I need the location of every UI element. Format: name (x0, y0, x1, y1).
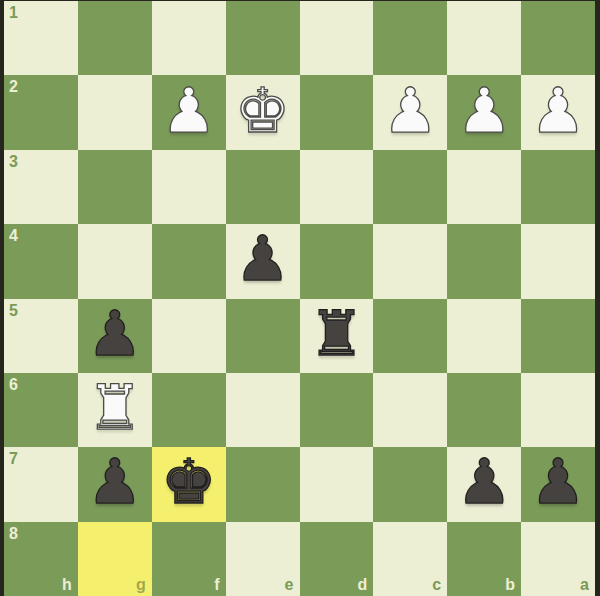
square-d6[interactable] (300, 373, 374, 447)
rank-label: 1 (9, 5, 18, 21)
square-f1[interactable] (152, 1, 226, 75)
square-c5[interactable] (373, 299, 447, 373)
square-a2[interactable]: ♟ (521, 75, 595, 149)
square-h6[interactable]: 6 (4, 373, 78, 447)
rank-label: 3 (9, 154, 18, 170)
file-label: e (285, 577, 294, 593)
file-label: b (505, 577, 515, 593)
square-c3[interactable] (373, 150, 447, 224)
square-a1[interactable] (521, 1, 595, 75)
square-h4[interactable]: 4 (4, 224, 78, 298)
white-pawn[interactable]: ♟ (383, 80, 439, 142)
white-rook[interactable]: ♜ (87, 377, 143, 439)
square-h5[interactable]: 5 (4, 299, 78, 373)
square-f4[interactable] (152, 224, 226, 298)
square-c7[interactable] (373, 447, 447, 521)
square-d2[interactable] (300, 75, 374, 149)
square-b8[interactable]: b (447, 522, 521, 596)
square-g5[interactable]: ♟ (78, 299, 152, 373)
white-pawn[interactable]: ♟ (161, 80, 217, 142)
board: 12♟♚♟♟♟34♟5♟♜6♜7♟♚♟♟8hgfedcba (4, 1, 595, 596)
square-f8[interactable]: f (152, 522, 226, 596)
square-e8[interactable]: e (226, 522, 300, 596)
square-a8[interactable]: a (521, 522, 595, 596)
rank-label: 2 (9, 79, 18, 95)
square-g6[interactable]: ♜ (78, 373, 152, 447)
square-c8[interactable]: c (373, 522, 447, 596)
square-f5[interactable] (152, 299, 226, 373)
square-b3[interactable] (447, 150, 521, 224)
square-g8[interactable]: g (78, 522, 152, 596)
square-g3[interactable] (78, 150, 152, 224)
square-g2[interactable] (78, 75, 152, 149)
chessboard-app: 12♟♚♟♟♟34♟5♟♜6♜7♟♚♟♟8hgfedcba (0, 0, 600, 596)
square-c2[interactable]: ♟ (373, 75, 447, 149)
square-c6[interactable] (373, 373, 447, 447)
square-g4[interactable] (78, 224, 152, 298)
square-h7[interactable]: 7 (4, 447, 78, 521)
square-a6[interactable] (521, 373, 595, 447)
square-c1[interactable] (373, 1, 447, 75)
square-f6[interactable] (152, 373, 226, 447)
square-a5[interactable] (521, 299, 595, 373)
white-pawn[interactable]: ♟ (530, 80, 586, 142)
square-a4[interactable] (521, 224, 595, 298)
square-e2[interactable]: ♚ (226, 75, 300, 149)
square-b6[interactable] (447, 373, 521, 447)
file-label: g (136, 577, 146, 593)
file-label: c (432, 577, 441, 593)
square-g1[interactable] (78, 1, 152, 75)
square-f3[interactable] (152, 150, 226, 224)
file-label: d (358, 577, 368, 593)
black-pawn[interactable]: ♟ (87, 451, 143, 513)
square-d1[interactable] (300, 1, 374, 75)
square-e7[interactable] (226, 447, 300, 521)
file-label: h (62, 577, 72, 593)
square-d7[interactable] (300, 447, 374, 521)
square-h3[interactable]: 3 (4, 150, 78, 224)
file-label: f (214, 577, 219, 593)
square-e4[interactable]: ♟ (226, 224, 300, 298)
black-rook[interactable]: ♜ (309, 303, 365, 365)
square-b5[interactable] (447, 299, 521, 373)
square-a7[interactable]: ♟ (521, 447, 595, 521)
square-h2[interactable]: 2 (4, 75, 78, 149)
square-b4[interactable] (447, 224, 521, 298)
black-pawn[interactable]: ♟ (235, 228, 291, 290)
square-f2[interactable]: ♟ (152, 75, 226, 149)
square-d8[interactable]: d (300, 522, 374, 596)
square-a3[interactable] (521, 150, 595, 224)
square-e5[interactable] (226, 299, 300, 373)
rank-label: 4 (9, 228, 18, 244)
square-d5[interactable]: ♜ (300, 299, 374, 373)
black-pawn[interactable]: ♟ (456, 451, 512, 513)
black-king[interactable]: ♚ (161, 451, 217, 513)
square-e1[interactable] (226, 1, 300, 75)
square-d3[interactable] (300, 150, 374, 224)
rank-label: 5 (9, 303, 18, 319)
rank-label: 6 (9, 377, 18, 393)
square-e6[interactable] (226, 373, 300, 447)
rank-label: 7 (9, 451, 18, 467)
square-h1[interactable]: 1 (4, 1, 78, 75)
square-e3[interactable] (226, 150, 300, 224)
square-b7[interactable]: ♟ (447, 447, 521, 521)
black-pawn[interactable]: ♟ (87, 303, 143, 365)
white-pawn[interactable]: ♟ (456, 80, 512, 142)
square-f7[interactable]: ♚ (152, 447, 226, 521)
white-king[interactable]: ♚ (235, 80, 291, 142)
square-b1[interactable] (447, 1, 521, 75)
file-label: a (580, 577, 589, 593)
square-d4[interactable] (300, 224, 374, 298)
black-pawn[interactable]: ♟ (530, 451, 586, 513)
square-c4[interactable] (373, 224, 447, 298)
square-b2[interactable]: ♟ (447, 75, 521, 149)
rank-label: 8 (9, 526, 18, 542)
square-g7[interactable]: ♟ (78, 447, 152, 521)
square-h8[interactable]: 8h (4, 522, 78, 596)
